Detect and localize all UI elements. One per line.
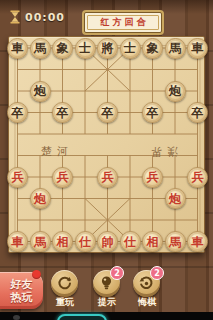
piece-red-elephant[interactable]: 相 (52, 231, 73, 252)
piece-red-advisor[interactable]: 仕 (75, 231, 96, 252)
piece-black-advisor[interactable]: 士 (75, 38, 96, 59)
piece-black-soldier[interactable]: 卒 (97, 102, 118, 123)
piece-red-chariot[interactable]: 車 (187, 231, 208, 252)
game-timer: 00:00 (9, 10, 65, 24)
hint-label: 提示 (87, 296, 127, 309)
replay-button[interactable] (51, 270, 78, 297)
piece-red-general[interactable]: 帥 (97, 231, 118, 252)
notification-dot (32, 270, 41, 279)
piece-black-elephant[interactable]: 象 (52, 38, 73, 59)
xiangqi-board[interactable]: 楚河 漢界 車馬象士將士象馬車炮炮卒卒卒卒卒兵兵兵兵兵炮炮車馬相仕帥仕相馬車 (8, 36, 205, 253)
friends-play-tab[interactable]: 好友 热玩 (0, 272, 43, 309)
piece-red-soldier[interactable]: 兵 (142, 167, 163, 188)
turn-banner-frame: 红方回合 (87, 15, 159, 30)
piece-red-horse[interactable]: 馬 (165, 231, 186, 252)
river-label-left: 楚河 (36, 144, 72, 159)
piece-black-chariot[interactable]: 車 (187, 38, 208, 59)
piece-black-chariot[interactable]: 車 (7, 38, 28, 59)
xiangqi-app: 00:00 红方回合 楚河 漢界 車馬象士將士象馬車炮炮卒卒卒卒卒兵兵兵兵兵 (0, 0, 213, 320)
replay-label: 重玩 (45, 296, 85, 309)
piece-black-horse[interactable]: 馬 (165, 38, 186, 59)
piece-red-horse[interactable]: 馬 (30, 231, 51, 252)
piece-red-advisor[interactable]: 仕 (120, 231, 141, 252)
piece-black-soldier[interactable]: 卒 (142, 102, 163, 123)
piece-red-cannon[interactable]: 炮 (30, 188, 51, 209)
undo-button[interactable]: 2 (133, 270, 160, 297)
piece-red-soldier[interactable]: 兵 (97, 167, 118, 188)
piece-black-advisor[interactable]: 士 (120, 38, 141, 59)
bottom-dot (13, 315, 20, 320)
piece-red-cannon[interactable]: 炮 (165, 188, 186, 209)
piece-black-cannon[interactable]: 炮 (30, 81, 51, 102)
hourglass-icon (9, 10, 21, 24)
friends-tab-line2: 热玩 (11, 291, 33, 304)
hint-badge: 2 (110, 266, 124, 280)
piece-red-soldier[interactable]: 兵 (187, 167, 208, 188)
next-panel-peek (57, 314, 107, 320)
turn-banner-text: 红方回合 (98, 16, 149, 29)
piece-red-chariot[interactable]: 車 (7, 231, 28, 252)
hint-button[interactable]: 2 (93, 270, 120, 297)
replay-icon (56, 275, 73, 292)
timer-value: 00:00 (25, 11, 65, 24)
piece-black-soldier[interactable]: 卒 (7, 102, 28, 123)
piece-red-elephant[interactable]: 相 (142, 231, 163, 252)
piece-black-horse[interactable]: 馬 (30, 38, 51, 59)
piece-black-general[interactable]: 將 (97, 38, 118, 59)
piece-red-soldier[interactable]: 兵 (52, 167, 73, 188)
turn-banner: 红方回合 (84, 12, 162, 33)
piece-black-cannon[interactable]: 炮 (165, 81, 186, 102)
piece-black-soldier[interactable]: 卒 (52, 102, 73, 123)
piece-red-soldier[interactable]: 兵 (7, 167, 28, 188)
piece-black-soldier[interactable]: 卒 (187, 102, 208, 123)
undo-label: 悔棋 (127, 296, 167, 309)
river-label-right: 漢界 (147, 144, 183, 159)
undo-badge: 2 (150, 266, 164, 280)
friends-tab-line1: 好友 (11, 278, 33, 291)
piece-black-elephant[interactable]: 象 (142, 38, 163, 59)
